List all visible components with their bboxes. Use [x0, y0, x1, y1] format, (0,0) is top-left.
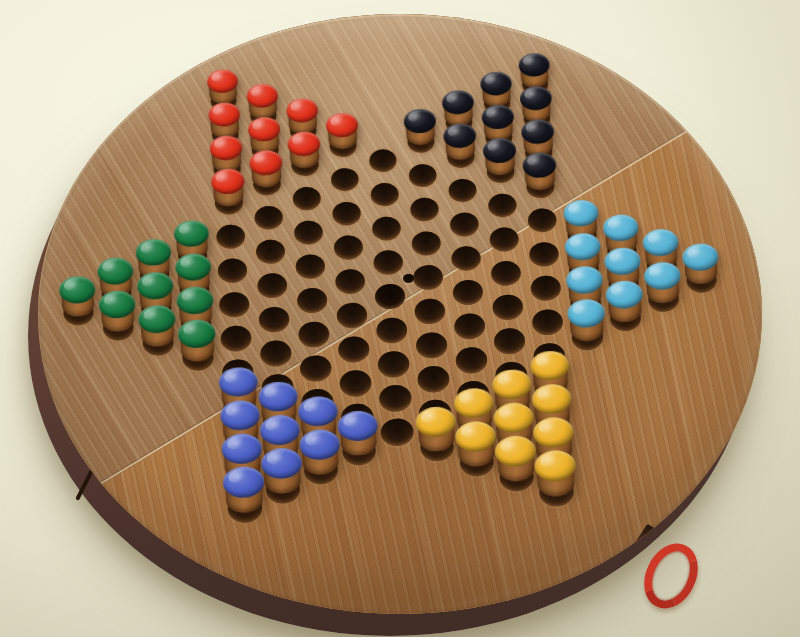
hole-c11-r3[interactable]: [488, 193, 517, 218]
hole-c4-r5[interactable]: [217, 257, 248, 283]
hole-c7-r2[interactable]: [332, 201, 361, 226]
peg-black[interactable]: [522, 152, 557, 193]
hole-c12-r7[interactable]: [532, 308, 564, 335]
hole-c11-r4[interactable]: [489, 226, 519, 252]
board-center-drill-dot: [402, 273, 413, 283]
hole-c6-r3[interactable]: [294, 220, 324, 245]
peg-gloss-highlight: [179, 254, 201, 270]
peg-black[interactable]: [518, 52, 551, 90]
peg-gloss-highlight: [499, 437, 524, 455]
hole-c10-r2[interactable]: [448, 178, 477, 203]
hole-c12-r5[interactable]: [529, 241, 560, 267]
peg-gloss-highlight: [251, 118, 271, 132]
hole-c6-r5[interactable]: [296, 287, 327, 314]
hole-c8-r2[interactable]: [372, 215, 402, 240]
peg-gloss-highlight: [329, 114, 349, 128]
hole-c4-r7[interactable]: [220, 325, 252, 352]
peg-gloss-highlight: [407, 110, 427, 124]
peg-gloss-highlight: [445, 91, 465, 105]
peg-cyan[interactable]: [605, 280, 644, 325]
peg-gloss-highlight: [262, 383, 286, 400]
peg-red[interactable]: [287, 131, 322, 171]
peg-yellow[interactable]: [415, 406, 457, 455]
peg-gloss-highlight: [224, 401, 248, 419]
hole-c10-r4[interactable]: [451, 245, 482, 271]
peg-gloss-highlight: [102, 292, 124, 308]
peg-gloss-highlight: [252, 151, 272, 166]
peg-gloss-highlight: [180, 288, 202, 304]
peg-gloss-highlight: [526, 153, 547, 168]
hole-c5-r6[interactable]: [258, 306, 290, 333]
hole-c4-r6[interactable]: [219, 291, 250, 318]
hole-c9-r4[interactable]: [413, 264, 444, 290]
peg-gloss-highlight: [608, 249, 630, 265]
hole-c9-r3[interactable]: [411, 230, 441, 256]
hole-c9-r2[interactable]: [410, 197, 439, 222]
board-surface: [38, 14, 762, 614]
peg-gloss-highlight: [607, 215, 629, 231]
star-grid: [38, 14, 762, 614]
peg-gloss-highlight: [142, 306, 165, 322]
peg-gloss-highlight: [225, 435, 250, 453]
peg-gloss-highlight: [250, 85, 269, 99]
peg-yellow[interactable]: [455, 420, 498, 469]
peg-gloss-highlight: [523, 87, 543, 101]
hole-c10-r6[interactable]: [454, 312, 486, 339]
peg-gloss-highlight: [265, 449, 290, 467]
hole-c5-r5[interactable]: [257, 272, 288, 298]
peg-gloss-highlight: [497, 404, 522, 422]
peg-gloss-highlight: [447, 124, 467, 139]
hole-c9-r1[interactable]: [408, 163, 437, 187]
hole-c9-r6[interactable]: [415, 331, 447, 358]
peg-yellow[interactable]: [494, 435, 537, 485]
peg-green[interactable]: [59, 275, 97, 319]
hole-c6-r2[interactable]: [292, 186, 321, 211]
peg-gloss-highlight: [302, 397, 326, 415]
peg-red[interactable]: [207, 69, 240, 107]
peg-gloss-highlight: [648, 263, 670, 279]
peg-gloss-highlight: [177, 221, 198, 236]
peg-gloss-highlight: [568, 234, 590, 250]
peg-blue[interactable]: [337, 410, 379, 459]
peg-gloss-highlight: [214, 170, 235, 185]
peg-blue[interactable]: [222, 466, 266, 516]
peg-blue[interactable]: [299, 429, 342, 478]
hole-c10-r5[interactable]: [452, 279, 483, 306]
peg-gloss-highlight: [223, 368, 247, 385]
peg-gloss-highlight: [522, 54, 541, 68]
peg-blue[interactable]: [260, 447, 303, 497]
hole-c8-r3[interactable]: [373, 249, 404, 275]
peg-gloss-highlight: [609, 282, 632, 298]
peg-green[interactable]: [138, 304, 177, 349]
hole-c8-r8[interactable]: [380, 417, 414, 446]
peg-green[interactable]: [98, 290, 137, 334]
peg-gloss-highlight: [227, 468, 252, 486]
peg-black[interactable]: [443, 123, 478, 163]
peg-green[interactable]: [177, 319, 217, 364]
hole-c5-r4[interactable]: [255, 238, 285, 264]
hole-c7-r1[interactable]: [330, 167, 359, 191]
peg-yellow[interactable]: [534, 449, 578, 499]
peg-gloss-highlight: [483, 73, 502, 87]
peg-cyan[interactable]: [682, 243, 720, 287]
peg-gloss-highlight: [571, 300, 594, 317]
hole-c9-r7[interactable]: [417, 365, 450, 393]
peg-gloss-highlight: [182, 321, 205, 338]
hole-c6-r6[interactable]: [298, 320, 330, 347]
peg-red[interactable]: [249, 149, 284, 189]
peg-gloss-highlight: [101, 259, 123, 275]
peg-gloss-highlight: [570, 267, 592, 283]
hole-c7-r7[interactable]: [339, 369, 372, 397]
hole-c8-r6[interactable]: [377, 350, 410, 378]
hole-c12-r4[interactable]: [527, 207, 557, 232]
peg-gloss-highlight: [496, 371, 520, 388]
hole-c8-r4[interactable]: [374, 283, 405, 310]
hole-c10-r7[interactable]: [455, 346, 488, 374]
hole-c10-r3[interactable]: [449, 211, 479, 236]
chinese-checkers-board: [38, 14, 762, 614]
peg-gloss-highlight: [211, 103, 231, 117]
peg-gloss-highlight: [458, 389, 482, 407]
peg-gloss-highlight: [534, 352, 558, 369]
hole-c7-r6[interactable]: [338, 335, 370, 362]
hole-c11-r5[interactable]: [491, 260, 522, 286]
peg-red[interactable]: [325, 112, 359, 151]
hole-c4-r4[interactable]: [216, 224, 246, 249]
peg-gloss-highlight: [686, 244, 708, 260]
hole-c7-r3[interactable]: [333, 234, 363, 260]
peg-gloss-highlight: [213, 137, 233, 152]
peg-gloss-highlight: [486, 139, 506, 154]
hole-c12-r6[interactable]: [530, 275, 561, 302]
peg-gloss-highlight: [342, 412, 367, 430]
hole-c5-r7[interactable]: [260, 339, 292, 366]
peg-black[interactable]: [482, 137, 517, 177]
hole-c5-r3[interactable]: [254, 205, 283, 230]
peg-gloss-highlight: [289, 99, 309, 113]
hole-c7-r4[interactable]: [335, 268, 366, 294]
peg-gloss-highlight: [291, 132, 311, 147]
peg-gloss-highlight: [538, 451, 563, 469]
hole-c8-r0[interactable]: [369, 148, 397, 172]
peg-gloss-highlight: [567, 201, 588, 216]
peg-gloss-highlight: [420, 408, 445, 426]
peg-cyan[interactable]: [643, 261, 682, 305]
peg-gloss-highlight: [264, 416, 289, 434]
peg-gloss-highlight: [537, 418, 562, 436]
peg-gloss-highlight: [63, 277, 85, 293]
peg-gloss-highlight: [139, 240, 161, 256]
peg-gloss-highlight: [141, 273, 163, 289]
hole-c8-r1[interactable]: [370, 182, 399, 207]
peg-gloss-highlight: [646, 230, 668, 246]
peg-gloss-highlight: [524, 120, 544, 135]
hole-c8-r7[interactable]: [379, 384, 412, 412]
peg-black[interactable]: [403, 108, 437, 147]
hole-c11-r7[interactable]: [493, 327, 525, 354]
hole-c7-r5[interactable]: [336, 302, 368, 329]
peg-gloss-highlight: [303, 430, 328, 448]
peg-gloss-highlight: [210, 70, 229, 84]
hole-c8-r5[interactable]: [376, 316, 408, 343]
peg-gloss-highlight: [536, 385, 560, 403]
hole-c6-r4[interactable]: [295, 253, 326, 279]
hole-c9-r5[interactable]: [414, 298, 446, 325]
photo-scene: [0, 0, 800, 637]
peg-red[interactable]: [210, 168, 245, 209]
hole-c6-r7[interactable]: [299, 354, 332, 382]
peg-gloss-highlight: [485, 106, 505, 120]
peg-cyan[interactable]: [567, 299, 607, 344]
peg-gloss-highlight: [459, 422, 484, 440]
hole-c11-r6[interactable]: [492, 293, 524, 320]
